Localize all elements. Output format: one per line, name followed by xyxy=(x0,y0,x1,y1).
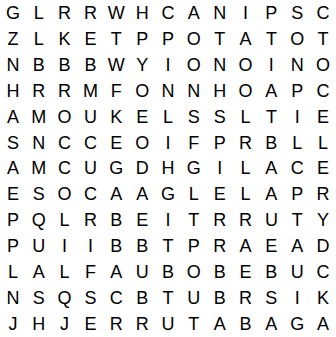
letter-cell[interactable]: O xyxy=(181,26,207,52)
letter-cell[interactable]: U xyxy=(78,104,104,130)
word-search-grid: GLRRWHCANIPSCZLKETPPOTATOTNBBBWYIONOINOH… xyxy=(0,0,336,337)
letter-cell[interactable]: L xyxy=(52,259,78,285)
letter-cell[interactable]: O xyxy=(52,104,78,130)
letter-cell[interactable]: S xyxy=(0,130,26,156)
letter-cell[interactable]: T xyxy=(207,26,233,52)
letter-cell[interactable]: J xyxy=(52,311,78,337)
letter-cell[interactable]: N xyxy=(284,52,310,78)
letter-cell[interactable]: O xyxy=(52,181,78,207)
letter-cell[interactable]: M xyxy=(78,78,104,104)
letter-cell[interactable]: C xyxy=(310,78,336,104)
letter-cell[interactable]: O xyxy=(310,52,336,78)
letter-cell[interactable]: U xyxy=(258,207,284,233)
letter-cell[interactable]: L xyxy=(155,104,181,130)
letter-cell[interactable]: B xyxy=(129,233,155,259)
letter-cell[interactable]: R xyxy=(310,181,336,207)
letter-cell[interactable]: Y xyxy=(129,52,155,78)
letter-cell[interactable]: I xyxy=(155,130,181,156)
letter-cell[interactable]: P xyxy=(129,26,155,52)
letter-cell[interactable]: F xyxy=(103,78,129,104)
letter-cell[interactable]: P xyxy=(284,78,310,104)
letter-cell[interactable]: R xyxy=(78,0,104,26)
letter-cell[interactable]: C xyxy=(284,156,310,182)
letter-cell[interactable]: T xyxy=(284,207,310,233)
letter-cell[interactable]: R xyxy=(26,78,52,104)
letter-cell[interactable]: E xyxy=(310,104,336,130)
letter-cell[interactable]: P xyxy=(155,26,181,52)
letter-cell[interactable]: R xyxy=(103,311,129,337)
letter-cell[interactable]: T xyxy=(181,311,207,337)
letter-cell[interactable]: I xyxy=(52,233,78,259)
letter-cell[interactable]: T xyxy=(155,285,181,311)
letter-cell[interactable]: N xyxy=(207,0,233,26)
letter-cell[interactable]: L xyxy=(52,207,78,233)
letter-cell[interactable]: O xyxy=(233,52,259,78)
letter-cell[interactable]: C xyxy=(103,285,129,311)
letter-cell[interactable]: A xyxy=(258,78,284,104)
letter-cell[interactable]: S xyxy=(78,285,104,311)
letter-cell[interactable]: U xyxy=(155,311,181,337)
letter-cell[interactable]: A xyxy=(129,181,155,207)
letter-cell[interactable]: C xyxy=(78,130,104,156)
letter-cell[interactable]: E xyxy=(233,259,259,285)
letter-cell[interactable]: E xyxy=(207,181,233,207)
letter-cell[interactable]: H xyxy=(207,78,233,104)
letter-cell[interactable]: I xyxy=(207,156,233,182)
letter-cell[interactable]: R xyxy=(207,233,233,259)
letter-cell[interactable]: H xyxy=(155,156,181,182)
letter-cell[interactable]: G xyxy=(0,0,26,26)
letter-cell[interactable]: C xyxy=(78,181,104,207)
letter-cell[interactable]: O xyxy=(129,78,155,104)
letter-cell[interactable]: F xyxy=(78,259,104,285)
letter-cell[interactable]: I xyxy=(284,285,310,311)
letter-cell[interactable]: L xyxy=(26,0,52,26)
letter-cell[interactable]: Q xyxy=(26,207,52,233)
letter-cell[interactable]: P xyxy=(207,130,233,156)
letter-cell[interactable]: N xyxy=(155,78,181,104)
letter-cell[interactable]: K xyxy=(310,285,336,311)
letter-cell[interactable]: Q xyxy=(52,285,78,311)
letter-cell[interactable]: Z xyxy=(0,26,26,52)
letter-cell[interactable]: U xyxy=(181,285,207,311)
letter-cell[interactable]: T xyxy=(258,104,284,130)
letter-cell[interactable]: S xyxy=(181,104,207,130)
letter-cell[interactable]: R xyxy=(52,0,78,26)
letter-cell[interactable]: K xyxy=(103,104,129,130)
letter-cell[interactable]: O xyxy=(129,130,155,156)
letter-cell[interactable]: E xyxy=(0,181,26,207)
letter-cell[interactable]: E xyxy=(258,233,284,259)
letter-cell[interactable]: I xyxy=(155,207,181,233)
letter-cell[interactable]: G xyxy=(181,156,207,182)
letter-cell[interactable]: A xyxy=(310,311,336,337)
letter-cell[interactable]: L xyxy=(0,259,26,285)
letter-cell[interactable]: H xyxy=(26,311,52,337)
letter-cell[interactable]: O xyxy=(284,26,310,52)
letter-cell[interactable]: W xyxy=(103,52,129,78)
letter-cell[interactable]: E xyxy=(129,104,155,130)
letter-cell[interactable]: C xyxy=(155,0,181,26)
letter-cell[interactable]: O xyxy=(233,78,259,104)
letter-cell[interactable]: B xyxy=(52,52,78,78)
word-search-page: GLRRWHCANIPSCZLKETPPOTATOTNBBBWYIONOINOH… xyxy=(0,0,336,337)
letter-cell[interactable]: I xyxy=(233,0,259,26)
letter-cell[interactable]: N xyxy=(181,78,207,104)
letter-cell[interactable]: A xyxy=(258,156,284,182)
letter-cell[interactable]: N xyxy=(207,52,233,78)
letter-cell[interactable]: L xyxy=(181,181,207,207)
letter-cell[interactable]: A xyxy=(181,0,207,26)
letter-cell[interactable]: Y xyxy=(310,207,336,233)
letter-cell[interactable]: B xyxy=(207,285,233,311)
letter-cell[interactable]: N xyxy=(0,52,26,78)
letter-cell[interactable]: L xyxy=(310,130,336,156)
letter-cell[interactable]: E xyxy=(310,156,336,182)
letter-cell[interactable]: O xyxy=(181,52,207,78)
letter-cell[interactable]: P xyxy=(0,207,26,233)
letter-cell[interactable]: A xyxy=(0,104,26,130)
letter-cell[interactable]: E xyxy=(103,130,129,156)
letter-cell[interactable]: U xyxy=(26,233,52,259)
letter-cell[interactable]: O xyxy=(181,259,207,285)
letter-cell[interactable]: A xyxy=(233,233,259,259)
letter-cell[interactable]: E xyxy=(78,311,104,337)
letter-cell[interactable]: I xyxy=(284,104,310,130)
letter-cell[interactable]: S xyxy=(207,104,233,130)
letter-cell[interactable]: E xyxy=(78,26,104,52)
letter-cell[interactable]: T xyxy=(103,26,129,52)
letter-cell[interactable]: A xyxy=(233,26,259,52)
letter-cell[interactable]: A xyxy=(258,181,284,207)
letter-cell[interactable]: A xyxy=(103,181,129,207)
letter-cell[interactable]: A xyxy=(26,259,52,285)
letter-cell[interactable]: C xyxy=(310,259,336,285)
letter-cell[interactable]: P xyxy=(284,181,310,207)
letter-cell[interactable]: C xyxy=(52,130,78,156)
letter-cell[interactable]: W xyxy=(103,0,129,26)
letter-cell[interactable]: U xyxy=(78,156,104,182)
letter-cell[interactable]: S xyxy=(284,0,310,26)
letter-cell[interactable]: B xyxy=(258,130,284,156)
letter-cell[interactable]: I xyxy=(155,52,181,78)
letter-cell[interactable]: M xyxy=(26,156,52,182)
letter-cell[interactable]: R xyxy=(207,207,233,233)
letter-cell[interactable]: P xyxy=(0,233,26,259)
letter-cell[interactable]: D xyxy=(129,156,155,182)
letter-cell[interactable]: E xyxy=(129,207,155,233)
letter-cell[interactable]: L xyxy=(233,181,259,207)
letter-cell[interactable]: T xyxy=(181,207,207,233)
letter-cell[interactable]: L xyxy=(233,156,259,182)
letter-cell[interactable]: H xyxy=(0,78,26,104)
letter-cell[interactable]: S xyxy=(258,285,284,311)
letter-cell[interactable]: U xyxy=(129,259,155,285)
letter-cell[interactable]: R xyxy=(233,285,259,311)
letter-cell[interactable]: P xyxy=(181,233,207,259)
letter-cell[interactable]: B xyxy=(233,311,259,337)
letter-cell[interactable]: N xyxy=(26,130,52,156)
letter-cell[interactable]: L xyxy=(233,104,259,130)
letter-cell[interactable]: T xyxy=(310,26,336,52)
letter-cell[interactable]: B xyxy=(155,259,181,285)
letter-cell[interactable]: R xyxy=(233,207,259,233)
letter-cell[interactable]: B xyxy=(26,52,52,78)
letter-cell[interactable]: I xyxy=(78,233,104,259)
letter-cell[interactable]: A xyxy=(207,311,233,337)
letter-cell[interactable]: G xyxy=(103,156,129,182)
letter-cell[interactable]: I xyxy=(258,52,284,78)
letter-cell[interactable]: B xyxy=(78,52,104,78)
letter-cell[interactable]: S xyxy=(26,181,52,207)
letter-cell[interactable]: B xyxy=(103,207,129,233)
letter-cell[interactable]: L xyxy=(26,26,52,52)
letter-cell[interactable]: B xyxy=(129,285,155,311)
letter-cell[interactable]: K xyxy=(52,26,78,52)
letter-cell[interactable]: L xyxy=(284,130,310,156)
letter-cell[interactable]: N xyxy=(0,285,26,311)
letter-cell[interactable]: G xyxy=(284,311,310,337)
letter-cell[interactable]: B xyxy=(103,233,129,259)
letter-cell[interactable]: B xyxy=(207,259,233,285)
letter-cell[interactable]: M xyxy=(26,104,52,130)
letter-cell[interactable]: R xyxy=(78,207,104,233)
letter-cell[interactable]: G xyxy=(155,181,181,207)
letter-cell[interactable]: A xyxy=(0,156,26,182)
letter-cell[interactable]: T xyxy=(258,26,284,52)
letter-cell[interactable]: A xyxy=(284,233,310,259)
letter-cell[interactable]: C xyxy=(310,0,336,26)
letter-cell[interactable]: R xyxy=(52,78,78,104)
letter-cell[interactable]: J xyxy=(0,311,26,337)
letter-cell[interactable]: U xyxy=(284,259,310,285)
letter-cell[interactable]: P xyxy=(258,0,284,26)
letter-cell[interactable]: A xyxy=(258,311,284,337)
letter-cell[interactable]: F xyxy=(181,130,207,156)
letter-cell[interactable]: A xyxy=(103,259,129,285)
letter-cell[interactable]: D xyxy=(310,233,336,259)
letter-cell[interactable]: T xyxy=(155,233,181,259)
letter-cell[interactable]: H xyxy=(129,0,155,26)
letter-cell[interactable]: S xyxy=(26,285,52,311)
letter-cell[interactable]: R xyxy=(233,130,259,156)
letter-cell[interactable]: R xyxy=(129,311,155,337)
letter-cell[interactable]: C xyxy=(52,156,78,182)
letter-cell[interactable]: B xyxy=(258,259,284,285)
